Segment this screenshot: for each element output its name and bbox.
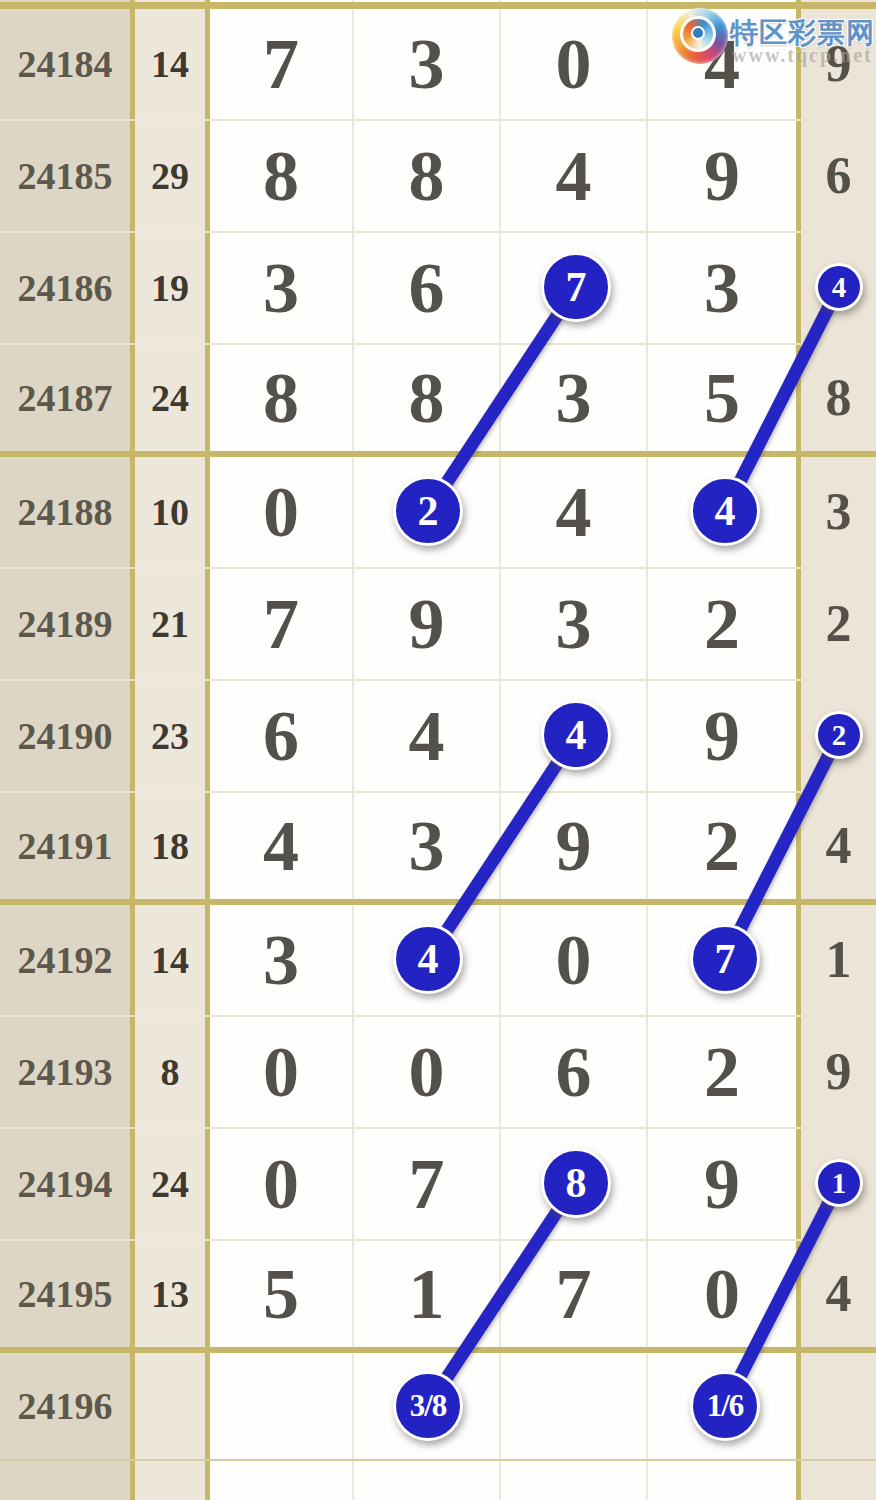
digit-cell-p4-24186: 3 [648, 233, 801, 343]
digit-cell-p4-24195: 0 [648, 1241, 801, 1347]
tail-cell-24191: 4 [801, 793, 876, 899]
row-24190: 2419023649 [0, 681, 876, 793]
top-edge-cell-tail [801, 0, 876, 2]
tail-cell-24195: 4 [801, 1241, 876, 1347]
tail-cell-24185: 6 [801, 121, 876, 231]
sum-cell-24186: 19 [135, 233, 210, 343]
digit-cell-p3-24195: 7 [501, 1241, 648, 1347]
top-edge-cell-p1 [210, 0, 354, 2]
digit-cell-p2-24194: 7 [354, 1129, 501, 1239]
row-24185: 241852988496 [0, 121, 876, 233]
tail-cell-24196 [801, 1353, 876, 1459]
digit-cell-p1-24193: 0 [210, 1017, 354, 1127]
pick-circle-24186-p3: 7 [541, 252, 611, 322]
sum-cell-24195: 13 [135, 1241, 210, 1347]
digit-cell-p2-24195: 1 [354, 1241, 501, 1347]
pick-circle-24194-tail: 1 [815, 1159, 863, 1207]
digit-cell-p2-24187: 8 [354, 345, 501, 451]
digit-cell-p2-24193: 0 [354, 1017, 501, 1127]
digit-cell-p4-24194: 9 [648, 1129, 801, 1239]
period-cell-24186: 24186 [0, 233, 135, 343]
digit-cell-p1-24184: 7 [210, 9, 354, 119]
bottom-partial-cell-period [0, 1461, 135, 1500]
digit-cell-p3-24191: 9 [501, 793, 648, 899]
digit-cell-p2-24189: 9 [354, 569, 501, 679]
digit-cell-p4-24189: 2 [648, 569, 801, 679]
digit-cell-p1-24195: 5 [210, 1241, 354, 1347]
lottery-trend-board: 2418414730492418529884962418619363241872… [0, 0, 876, 1500]
bottom-partial-cell-p4 [648, 1461, 801, 1500]
digit-cell-p3-24192: 0 [501, 905, 648, 1015]
period-cell-24184: 24184 [0, 9, 135, 119]
top-edge-cell-p2 [354, 0, 501, 2]
row-24195: 241951351704 [0, 1241, 876, 1353]
tail-cell-24189: 2 [801, 569, 876, 679]
top-edge-cell-sum [135, 0, 210, 2]
row-24186: 2418619363 [0, 233, 876, 345]
period-cell-24192: 24192 [0, 905, 135, 1015]
row-24187: 241872488358 [0, 345, 876, 457]
period-cell-24188: 24188 [0, 457, 135, 567]
trend-grid: 2418414730492418529884962418619363241872… [0, 0, 876, 1500]
pick-circle-24188-p4: 4 [690, 476, 760, 546]
tail-cell-24188: 3 [801, 457, 876, 567]
pick-circle-24190-p3: 4 [541, 700, 611, 770]
sum-cell-24191: 18 [135, 793, 210, 899]
top-edge-row [0, 0, 876, 2]
digit-cell-p4-24191: 2 [648, 793, 801, 899]
period-cell-24189: 24189 [0, 569, 135, 679]
pick-circle-24186-tail: 4 [815, 263, 863, 311]
digit-cell-p1-24190: 6 [210, 681, 354, 791]
digit-cell-p2-24191: 3 [354, 793, 501, 899]
site-watermark: www.tqcp.net [732, 44, 873, 67]
pick-circle-24192-p4: 7 [690, 924, 760, 994]
period-cell-24190: 24190 [0, 681, 135, 791]
sum-cell-24184: 14 [135, 9, 210, 119]
row-24191: 241911843924 [0, 793, 876, 905]
digit-cell-p4-24187: 5 [648, 345, 801, 451]
digit-cell-p1-24189: 7 [210, 569, 354, 679]
top-edge-cell-p4 [648, 0, 801, 2]
site-logo[interactable]: 特区彩票网 www.tqcp.net [666, 4, 876, 66]
period-cell-24195: 24195 [0, 1241, 135, 1347]
pick-circle-24196-p2: 3/8 [393, 1371, 463, 1441]
sum-cell-24187: 24 [135, 345, 210, 451]
digit-cell-p1-24185: 8 [210, 121, 354, 231]
digit-cell-p4-24185: 9 [648, 121, 801, 231]
digit-cell-p1-24188: 0 [210, 457, 354, 567]
bottom-partial-row [0, 1461, 876, 1500]
digit-cell-p1-24187: 8 [210, 345, 354, 451]
digit-cell-p2-24190: 4 [354, 681, 501, 791]
period-cell-24191: 24191 [0, 793, 135, 899]
row-24194: 2419424079 [0, 1129, 876, 1241]
digit-cell-p4-24193: 2 [648, 1017, 801, 1127]
top-edge-cell-p3 [501, 0, 648, 2]
tail-cell-24187: 8 [801, 345, 876, 451]
period-cell-24185: 24185 [0, 121, 135, 231]
sum-cell-24196 [135, 1353, 210, 1459]
period-cell-24194: 24194 [0, 1129, 135, 1239]
sum-cell-24192: 14 [135, 905, 210, 1015]
logo-swirl-dot [691, 26, 705, 40]
sum-cell-24194: 24 [135, 1129, 210, 1239]
pick-circle-24194-p3: 8 [541, 1148, 611, 1218]
digit-cell-p3-24188: 4 [501, 457, 648, 567]
digit-cell-p1-24191: 4 [210, 793, 354, 899]
pick-circle-24196-p4: 1/6 [690, 1371, 760, 1441]
pick-circle-24188-p2: 2 [393, 476, 463, 546]
bottom-partial-cell-sum [135, 1461, 210, 1500]
tail-cell-24193: 9 [801, 1017, 876, 1127]
top-edge-cell-period [0, 0, 135, 2]
bottom-partial-cell-p2 [354, 1461, 501, 1500]
digit-cell-p2-24186: 6 [354, 233, 501, 343]
digit-cell-p3-24185: 4 [501, 121, 648, 231]
digit-cell-p3-24184: 0 [501, 9, 648, 119]
sum-cell-24190: 23 [135, 681, 210, 791]
digit-cell-p3-24187: 3 [501, 345, 648, 451]
digit-cell-p3-24196 [501, 1353, 648, 1459]
bottom-partial-cell-p3 [501, 1461, 648, 1500]
pick-circle-24192-p2: 4 [393, 924, 463, 994]
period-cell-24196: 24196 [0, 1353, 135, 1459]
bottom-partial-cell-tail [801, 1461, 876, 1500]
digit-cell-p4-24190: 9 [648, 681, 801, 791]
row-24193: 24193800629 [0, 1017, 876, 1129]
digit-cell-p3-24189: 3 [501, 569, 648, 679]
sum-cell-24189: 21 [135, 569, 210, 679]
digit-cell-p1-24186: 3 [210, 233, 354, 343]
digit-cell-p1-24196 [210, 1353, 354, 1459]
digit-cell-p1-24192: 3 [210, 905, 354, 1015]
sum-cell-24185: 29 [135, 121, 210, 231]
tail-cell-24192: 1 [801, 905, 876, 1015]
row-24189: 241892179322 [0, 569, 876, 681]
sum-cell-24188: 10 [135, 457, 210, 567]
sum-cell-24193: 8 [135, 1017, 210, 1127]
period-cell-24187: 24187 [0, 345, 135, 451]
digit-cell-p1-24194: 0 [210, 1129, 354, 1239]
pick-circle-24190-tail: 2 [815, 711, 863, 759]
period-cell-24193: 24193 [0, 1017, 135, 1127]
digit-cell-p3-24193: 6 [501, 1017, 648, 1127]
digit-cell-p2-24184: 3 [354, 9, 501, 119]
digit-cell-p2-24185: 8 [354, 121, 501, 231]
bottom-partial-cell-p1 [210, 1461, 354, 1500]
